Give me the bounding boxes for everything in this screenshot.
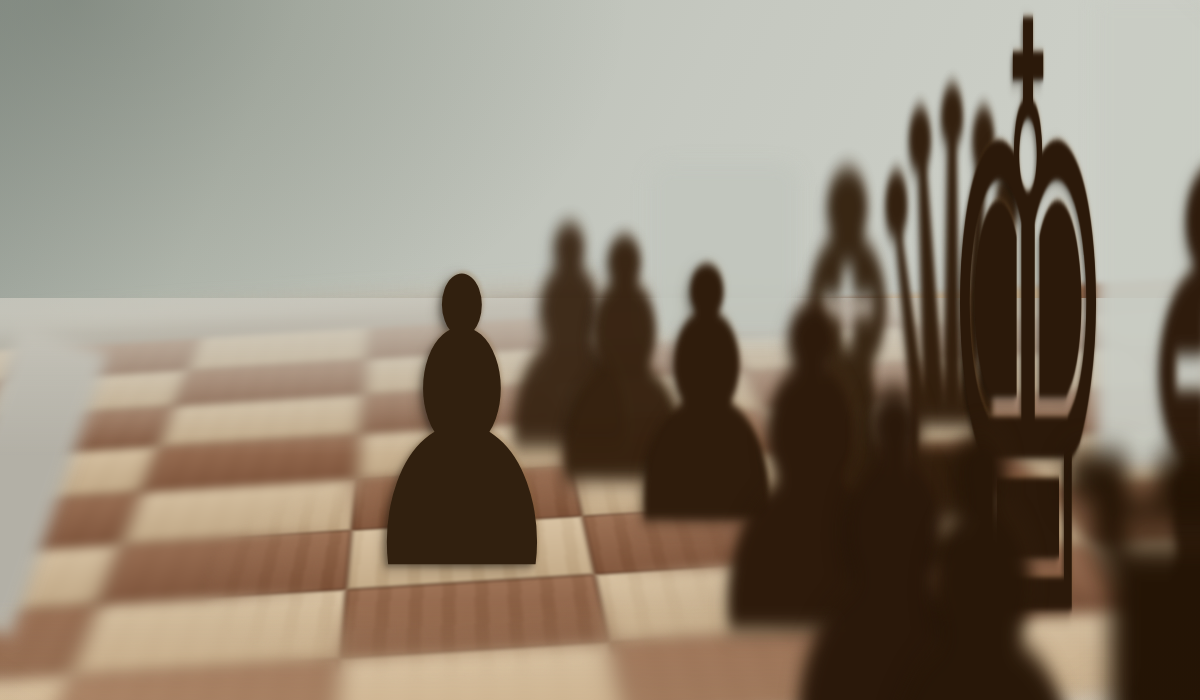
black-rook-h8: ♜ [1002,389,1200,700]
chess-photo-scene: ♟♟♟♝♛♚♝♟♟♟♜♟ [0,0,1200,700]
black-pawn-d5-focal: ♟ [350,228,575,626]
pieces-layer: ♟♟♟♝♛♚♝♟♟♟♜♟ [0,0,1200,700]
